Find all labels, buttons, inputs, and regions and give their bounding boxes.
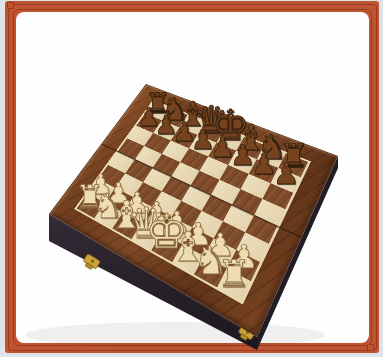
drop-shadow [25,322,325,348]
chess-set-photo: ♜♞♝♛♚♝♞♜♟♟♟♟♟♟♟♟♟♟♟♟♟♟♟♟♜♞♝♛♚♝♞♜ [0,0,383,357]
product-photo-page: ♜♞♝♛♚♝♞♜♟♟♟♟♟♟♟♟♟♟♟♟♟♟♟♟♜♞♝♛♚♝♞♜ [0,0,383,357]
